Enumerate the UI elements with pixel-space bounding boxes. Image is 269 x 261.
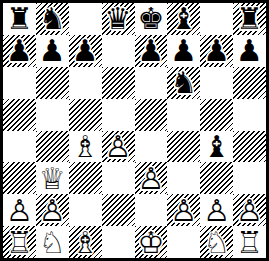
piece-white-knight[interactable]: ♞♘: [36, 226, 69, 258]
square-b1[interactable]: ♞♘: [36, 226, 69, 258]
square-e2[interactable]: [135, 194, 168, 226]
piece-black-king[interactable]: ♚♚: [135, 3, 168, 35]
square-f3[interactable]: [167, 162, 200, 194]
square-a3[interactable]: [3, 162, 36, 194]
square-e1[interactable]: ♚♔: [135, 226, 168, 258]
piece-white-bishop[interactable]: ♝♗: [69, 131, 102, 163]
square-f8[interactable]: ♝♝: [167, 3, 200, 35]
square-b4[interactable]: [36, 131, 69, 163]
piece-black-knight[interactable]: ♞♞: [36, 3, 69, 35]
piece-glyph: ♟: [36, 35, 69, 67]
square-e3[interactable]: ♟♙: [135, 162, 168, 194]
piece-black-queen[interactable]: ♛♛: [102, 3, 135, 35]
piece-glyph: ♙: [135, 162, 168, 194]
square-c1[interactable]: ♝♗: [69, 226, 102, 258]
piece-black-pawn[interactable]: ♟♟: [69, 35, 102, 67]
piece-white-pawn[interactable]: ♟♙: [3, 194, 36, 226]
piece-glyph: ♗: [69, 131, 102, 163]
square-b5[interactable]: [36, 99, 69, 131]
piece-glyph: ♖: [3, 226, 36, 258]
piece-black-pawn[interactable]: ♟♟: [3, 35, 36, 67]
piece-glyph: ♕: [36, 162, 69, 194]
square-g4[interactable]: ♝♝: [200, 131, 233, 163]
square-e4[interactable]: [135, 131, 168, 163]
piece-white-pawn[interactable]: ♟♙: [102, 131, 135, 163]
piece-white-pawn[interactable]: ♟♙: [200, 194, 233, 226]
piece-black-bishop[interactable]: ♝♝: [200, 131, 233, 163]
piece-glyph: ♖: [233, 226, 266, 258]
piece-white-knight[interactable]: ♞♘: [200, 226, 233, 258]
square-d8[interactable]: ♛♛: [102, 3, 135, 35]
piece-glyph: ♟: [69, 35, 102, 67]
square-a7[interactable]: ♟♟: [3, 35, 36, 67]
piece-white-rook[interactable]: ♜♖: [233, 226, 266, 258]
piece-glyph: ♝: [167, 3, 200, 35]
square-f6[interactable]: ♞♞: [167, 67, 200, 99]
square-c8[interactable]: [69, 3, 102, 35]
square-c6[interactable]: [69, 67, 102, 99]
piece-glyph: ♙: [3, 194, 36, 226]
piece-black-rook[interactable]: ♜♜: [233, 3, 266, 35]
piece-glyph: ♔: [135, 226, 168, 258]
chess-board: ♜♜♞♞♛♛♚♚♝♝♜♜♟♟♟♟♟♟♟♟♟♟♟♟♟♟♞♞♝♗♟♙♝♝♛♕♟♙♟♙…: [0, 0, 269, 261]
square-h4[interactable]: [233, 131, 266, 163]
piece-glyph: ♟: [3, 35, 36, 67]
square-f2[interactable]: ♟♙: [167, 194, 200, 226]
piece-glyph: ♜: [233, 3, 266, 35]
square-a8[interactable]: ♜♜: [3, 3, 36, 35]
piece-glyph: ♞: [36, 3, 69, 35]
square-d1[interactable]: [102, 226, 135, 258]
piece-white-queen[interactable]: ♛♕: [36, 162, 69, 194]
piece-glyph: ♙: [233, 194, 266, 226]
square-a6[interactable]: [3, 67, 36, 99]
piece-white-king[interactable]: ♚♔: [135, 226, 168, 258]
piece-black-bishop[interactable]: ♝♝: [167, 3, 200, 35]
square-h5[interactable]: [233, 99, 266, 131]
square-g7[interactable]: ♟♟: [200, 35, 233, 67]
square-h2[interactable]: ♟♙: [233, 194, 266, 226]
piece-glyph: ♟: [233, 35, 266, 67]
piece-white-pawn[interactable]: ♟♙: [233, 194, 266, 226]
square-h6[interactable]: [233, 67, 266, 99]
piece-glyph: ♟: [167, 35, 200, 67]
square-c2[interactable]: [69, 194, 102, 226]
square-c7[interactable]: ♟♟: [69, 35, 102, 67]
square-a2[interactable]: ♟♙: [3, 194, 36, 226]
square-d4[interactable]: ♟♙: [102, 131, 135, 163]
square-h3[interactable]: [233, 162, 266, 194]
square-g1[interactable]: ♞♘: [200, 226, 233, 258]
square-d6[interactable]: [102, 67, 135, 99]
square-e5[interactable]: [135, 99, 168, 131]
piece-glyph: ♗: [69, 226, 102, 258]
square-b6[interactable]: [36, 67, 69, 99]
piece-glyph: ♙: [102, 131, 135, 163]
board-grid: ♜♜♞♞♛♛♚♚♝♝♜♜♟♟♟♟♟♟♟♟♟♟♟♟♟♟♞♞♝♗♟♙♝♝♛♕♟♙♟♙…: [3, 3, 266, 258]
square-b8[interactable]: ♞♞: [36, 3, 69, 35]
piece-glyph: ♘: [200, 226, 233, 258]
piece-glyph: ♙: [200, 194, 233, 226]
square-e8[interactable]: ♚♚: [135, 3, 168, 35]
piece-white-pawn[interactable]: ♟♙: [167, 194, 200, 226]
square-g6[interactable]: [200, 67, 233, 99]
square-c5[interactable]: [69, 99, 102, 131]
piece-black-pawn[interactable]: ♟♟: [36, 35, 69, 67]
square-f1[interactable]: [167, 226, 200, 258]
piece-glyph: ♝: [200, 131, 233, 163]
square-a5[interactable]: [3, 99, 36, 131]
piece-glyph: ♛: [102, 3, 135, 35]
square-f5[interactable]: [167, 99, 200, 131]
square-d7[interactable]: [102, 35, 135, 67]
piece-glyph: ♜: [3, 3, 36, 35]
piece-black-knight[interactable]: ♞♞: [167, 67, 200, 99]
square-a1[interactable]: ♜♖: [3, 226, 36, 258]
square-h8[interactable]: ♜♜: [233, 3, 266, 35]
piece-glyph: ♘: [36, 226, 69, 258]
square-g5[interactable]: [200, 99, 233, 131]
square-h1[interactable]: ♜♖: [233, 226, 266, 258]
piece-black-pawn[interactable]: ♟♟: [135, 35, 168, 67]
piece-black-pawn[interactable]: ♟♟: [167, 35, 200, 67]
square-g2[interactable]: ♟♙: [200, 194, 233, 226]
square-d5[interactable]: [102, 99, 135, 131]
square-d2[interactable]: [102, 194, 135, 226]
piece-glyph: ♟: [200, 35, 233, 67]
square-d3[interactable]: [102, 162, 135, 194]
square-e7[interactable]: ♟♟: [135, 35, 168, 67]
piece-white-pawn[interactable]: ♟♙: [135, 162, 168, 194]
piece-glyph: ♞: [167, 67, 200, 99]
square-a4[interactable]: [3, 131, 36, 163]
square-g3[interactable]: [200, 162, 233, 194]
square-b7[interactable]: ♟♟: [36, 35, 69, 67]
piece-glyph: ♟: [135, 35, 168, 67]
square-c3[interactable]: [69, 162, 102, 194]
square-b3[interactable]: ♛♕: [36, 162, 69, 194]
piece-white-bishop[interactable]: ♝♗: [69, 226, 102, 258]
square-h7[interactable]: ♟♟: [233, 35, 266, 67]
piece-glyph: ♚: [135, 3, 168, 35]
square-c4[interactable]: ♝♗: [69, 131, 102, 163]
piece-white-pawn[interactable]: ♟♙: [36, 194, 69, 226]
piece-black-rook[interactable]: ♜♜: [3, 3, 36, 35]
piece-white-rook[interactable]: ♜♖: [3, 226, 36, 258]
piece-black-pawn[interactable]: ♟♟: [200, 35, 233, 67]
square-e6[interactable]: [135, 67, 168, 99]
piece-glyph: ♙: [36, 194, 69, 226]
square-b2[interactable]: ♟♙: [36, 194, 69, 226]
piece-glyph: ♙: [167, 194, 200, 226]
square-f4[interactable]: [167, 131, 200, 163]
piece-black-pawn[interactable]: ♟♟: [233, 35, 266, 67]
square-f7[interactable]: ♟♟: [167, 35, 200, 67]
square-g8[interactable]: [200, 3, 233, 35]
